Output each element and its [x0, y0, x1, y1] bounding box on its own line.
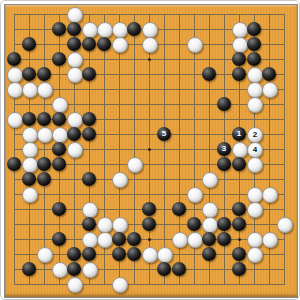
- move-number-label: 2: [253, 131, 257, 139]
- black-stone[interactable]: [52, 157, 66, 171]
- black-stone[interactable]: [82, 37, 96, 51]
- black-stone[interactable]: 3: [217, 142, 231, 156]
- black-stone[interactable]: [37, 112, 51, 126]
- black-stone[interactable]: [157, 262, 171, 276]
- black-stone[interactable]: [217, 217, 231, 231]
- white-stone[interactable]: [112, 172, 128, 188]
- black-stone[interactable]: [97, 37, 111, 51]
- white-stone[interactable]: [127, 157, 143, 173]
- white-stone[interactable]: [202, 202, 218, 218]
- black-stone[interactable]: [37, 67, 51, 81]
- white-stone[interactable]: [232, 22, 248, 38]
- white-stone[interactable]: [67, 277, 83, 293]
- star-point: [238, 238, 241, 241]
- white-stone[interactable]: [7, 82, 23, 98]
- black-stone[interactable]: [202, 67, 216, 81]
- black-stone[interactable]: [7, 157, 21, 171]
- black-stone[interactable]: [52, 112, 66, 126]
- white-stone[interactable]: [247, 82, 263, 98]
- black-stone[interactable]: [67, 127, 81, 141]
- star-point: [148, 238, 151, 241]
- white-stone[interactable]: [187, 187, 203, 203]
- white-stone[interactable]: [187, 232, 203, 248]
- black-stone[interactable]: [67, 22, 81, 36]
- white-stone[interactable]: [112, 22, 128, 38]
- white-stone[interactable]: [67, 7, 83, 23]
- black-stone[interactable]: [262, 67, 276, 81]
- grid-line-vertical: [284, 14, 285, 285]
- white-stone[interactable]: [247, 187, 263, 203]
- star-point: [148, 148, 151, 151]
- white-stone[interactable]: [247, 202, 263, 218]
- white-stone[interactable]: [262, 187, 278, 203]
- black-stone[interactable]: [127, 247, 141, 261]
- white-stone[interactable]: [52, 127, 68, 143]
- black-stone[interactable]: [52, 232, 66, 246]
- black-stone[interactable]: [127, 232, 141, 246]
- black-stone[interactable]: [82, 172, 96, 186]
- black-stone[interactable]: [202, 232, 216, 246]
- black-stone[interactable]: [82, 67, 96, 81]
- move-number-label: 5: [162, 130, 166, 138]
- white-stone[interactable]: [52, 262, 68, 278]
- black-stone[interactable]: [172, 262, 186, 276]
- black-stone[interactable]: [37, 157, 51, 171]
- white-stone[interactable]: [262, 82, 278, 98]
- white-stone[interactable]: [142, 247, 158, 263]
- white-stone[interactable]: [202, 172, 218, 188]
- black-stone[interactable]: [112, 247, 126, 261]
- go-board[interactable]: 51234: [4, 4, 298, 298]
- white-stone[interactable]: [232, 37, 248, 53]
- white-stone[interactable]: [157, 247, 173, 263]
- black-stone[interactable]: [232, 157, 246, 171]
- black-stone[interactable]: [22, 112, 36, 126]
- white-stone[interactable]: [247, 67, 263, 83]
- black-stone[interactable]: [217, 97, 231, 111]
- white-stone[interactable]: [67, 67, 83, 83]
- black-stone[interactable]: [22, 262, 36, 276]
- black-stone[interactable]: [52, 202, 66, 216]
- black-stone[interactable]: [82, 247, 96, 261]
- white-stone[interactable]: [37, 127, 53, 143]
- black-stone[interactable]: [52, 52, 66, 66]
- white-stone[interactable]: [247, 247, 263, 263]
- black-stone[interactable]: [232, 67, 246, 81]
- white-stone[interactable]: [52, 97, 68, 113]
- black-stone[interactable]: [67, 262, 81, 276]
- white-stone[interactable]: [142, 22, 158, 38]
- white-stone[interactable]: [97, 232, 113, 248]
- white-stone[interactable]: [67, 52, 83, 68]
- white-stone[interactable]: [22, 187, 38, 203]
- black-stone[interactable]: [52, 142, 66, 156]
- white-stone[interactable]: 2: [247, 127, 263, 143]
- white-stone[interactable]: [232, 142, 248, 158]
- black-stone[interactable]: 5: [157, 127, 171, 141]
- white-stone[interactable]: [142, 37, 158, 53]
- go-board-screenshot: 51234: [0, 0, 300, 300]
- black-stone[interactable]: [232, 247, 246, 261]
- black-stone[interactable]: [7, 52, 21, 66]
- white-stone[interactable]: [247, 157, 263, 173]
- black-stone[interactable]: [52, 22, 66, 36]
- black-stone[interactable]: [37, 172, 51, 186]
- black-stone[interactable]: [217, 157, 231, 171]
- black-stone[interactable]: [247, 37, 261, 51]
- white-stone[interactable]: [7, 112, 23, 128]
- white-stone[interactable]: [67, 112, 83, 128]
- white-stone[interactable]: [37, 82, 53, 98]
- black-stone[interactable]: [247, 22, 261, 36]
- black-stone[interactable]: [187, 217, 201, 231]
- black-stone[interactable]: [67, 37, 81, 51]
- black-stone[interactable]: [217, 232, 231, 246]
- white-stone[interactable]: [22, 157, 38, 173]
- white-stone[interactable]: [82, 232, 98, 248]
- black-stone[interactable]: [127, 22, 141, 36]
- move-number-label: 4: [253, 146, 257, 154]
- white-stone[interactable]: [22, 127, 38, 143]
- black-stone[interactable]: [82, 127, 96, 141]
- black-stone[interactable]: [22, 37, 36, 51]
- grid-line-horizontal: [14, 179, 285, 180]
- black-stone[interactable]: [112, 232, 126, 246]
- white-stone[interactable]: [97, 217, 113, 233]
- black-stone[interactable]: 1: [232, 127, 246, 141]
- black-stone[interactable]: [82, 217, 96, 231]
- move-number-label: 1: [237, 130, 241, 138]
- black-stone[interactable]: [232, 217, 246, 231]
- grid-line-vertical: [164, 14, 165, 285]
- black-stone[interactable]: [22, 67, 36, 81]
- black-stone[interactable]: [247, 52, 261, 66]
- black-stone[interactable]: [232, 52, 246, 66]
- star-point: [148, 58, 151, 61]
- white-stone[interactable]: [247, 97, 263, 113]
- grid-line-horizontal: [14, 194, 285, 195]
- black-stone[interactable]: [22, 172, 36, 186]
- black-stone[interactable]: [82, 112, 96, 126]
- white-stone[interactable]: [67, 142, 83, 158]
- white-stone[interactable]: 4: [247, 142, 263, 158]
- white-stone[interactable]: [172, 232, 188, 248]
- move-number-label: 3: [222, 145, 226, 153]
- white-stone[interactable]: [82, 202, 98, 218]
- black-stone[interactable]: [232, 262, 246, 276]
- white-stone[interactable]: [247, 232, 263, 248]
- white-stone[interactable]: [22, 142, 38, 158]
- white-stone[interactable]: [277, 217, 293, 233]
- black-stone[interactable]: [142, 217, 156, 231]
- white-stone[interactable]: [37, 247, 53, 263]
- black-stone[interactable]: [172, 202, 186, 216]
- black-stone[interactable]: [67, 247, 81, 261]
- white-stone[interactable]: [262, 232, 278, 248]
- black-stone[interactable]: [142, 202, 156, 216]
- grid-line-horizontal: [14, 284, 285, 285]
- white-stone[interactable]: [82, 22, 98, 38]
- white-stone[interactable]: [187, 37, 203, 53]
- white-stone[interactable]: [97, 22, 113, 38]
- white-stone[interactable]: [7, 67, 23, 83]
- white-stone[interactable]: [82, 262, 98, 278]
- white-stone[interactable]: [112, 277, 128, 293]
- black-stone[interactable]: [202, 247, 216, 261]
- black-stone[interactable]: [232, 202, 246, 216]
- white-stone[interactable]: [202, 217, 218, 233]
- white-stone[interactable]: [22, 82, 38, 98]
- white-stone[interactable]: [112, 217, 128, 233]
- white-stone[interactable]: [112, 37, 128, 53]
